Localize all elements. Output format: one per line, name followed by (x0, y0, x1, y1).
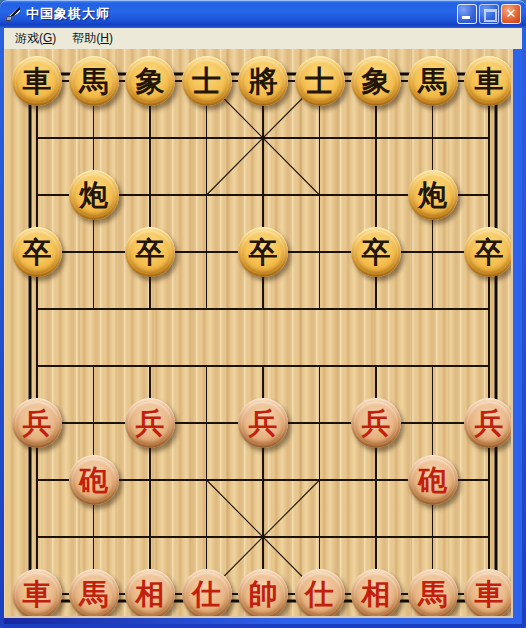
piece-glyph: 砲 (418, 466, 447, 495)
piece-glyph: 砲 (79, 466, 108, 495)
window-title: 中国象棋大师 (26, 5, 455, 23)
menu-item-game[interactable]: 游戏(G) (7, 28, 64, 50)
piece-black-advisor[interactable]: 士 (182, 56, 232, 106)
piece-red-soldier[interactable]: 兵 (125, 398, 175, 448)
piece-glyph: 車 (23, 580, 52, 609)
piece-glyph: 卒 (362, 238, 391, 267)
piece-glyph: 士 (192, 67, 221, 96)
piece-black-cannon[interactable]: 炮 (408, 170, 458, 220)
piece-black-soldier[interactable]: 卒 (464, 227, 513, 277)
piece-glyph: 帥 (249, 580, 278, 609)
piece-red-chariot[interactable]: 車 (464, 569, 513, 618)
piece-glyph: 仕 (192, 580, 221, 609)
piece-red-chariot[interactable]: 車 (12, 569, 62, 618)
piece-red-general[interactable]: 帥 (238, 569, 288, 618)
piece-glyph: 兵 (136, 409, 165, 438)
piece-glyph: 炮 (418, 181, 447, 210)
piece-red-soldier[interactable]: 兵 (12, 398, 62, 448)
piece-black-horse[interactable]: 馬 (69, 56, 119, 106)
piece-black-cannon[interactable]: 炮 (69, 170, 119, 220)
piece-red-horse[interactable]: 馬 (69, 569, 119, 618)
minimize-button[interactable] (457, 4, 477, 24)
piece-glyph: 馬 (79, 580, 108, 609)
piece-black-general[interactable]: 將 (238, 56, 288, 106)
piece-glyph: 車 (475, 580, 504, 609)
piece-glyph: 兵 (23, 409, 52, 438)
piece-red-cannon[interactable]: 砲 (69, 455, 119, 505)
client-area: 車馬象士將士象馬車炮炮卒卒卒卒卒兵兵兵兵兵砲砲車馬相仕帥仕相馬車 (4, 49, 522, 624)
piece-glyph: 仕 (305, 580, 334, 609)
piece-glyph: 卒 (23, 238, 52, 267)
app-window: 中国象棋大师 ✕ 游戏(G) 帮助(H) (0, 0, 526, 628)
piece-red-advisor[interactable]: 仕 (182, 569, 232, 618)
piece-black-chariot[interactable]: 車 (12, 56, 62, 106)
piece-glyph: 象 (136, 67, 165, 96)
xiangqi-board[interactable]: 車馬象士將士象馬車炮炮卒卒卒卒卒兵兵兵兵兵砲砲車馬相仕帥仕相馬車 (4, 49, 513, 618)
app-icon[interactable] (6, 6, 22, 22)
piece-glyph: 車 (475, 67, 504, 96)
piece-red-cannon[interactable]: 砲 (408, 455, 458, 505)
piece-red-horse[interactable]: 馬 (408, 569, 458, 618)
piece-glyph: 象 (362, 67, 391, 96)
piece-glyph: 卒 (475, 238, 504, 267)
close-icon: ✕ (502, 5, 520, 23)
piece-grid[interactable]: 車馬象士將士象馬車炮炮卒卒卒卒卒兵兵兵兵兵砲砲車馬相仕帥仕相馬車 (9, 53, 513, 619)
piece-red-soldier[interactable]: 兵 (464, 398, 513, 448)
piece-glyph: 兵 (475, 409, 504, 438)
titlebar[interactable]: 中国象棋大师 ✕ (0, 0, 526, 28)
piece-red-soldier[interactable]: 兵 (351, 398, 401, 448)
piece-black-elephant[interactable]: 象 (351, 56, 401, 106)
piece-glyph: 車 (23, 67, 52, 96)
piece-black-advisor[interactable]: 士 (295, 56, 345, 106)
piece-glyph: 馬 (79, 67, 108, 96)
piece-black-horse[interactable]: 馬 (408, 56, 458, 106)
close-button[interactable]: ✕ (501, 4, 521, 24)
piece-glyph: 馬 (418, 580, 447, 609)
piece-black-elephant[interactable]: 象 (125, 56, 175, 106)
piece-black-soldier[interactable]: 卒 (12, 227, 62, 277)
piece-red-advisor[interactable]: 仕 (295, 569, 345, 618)
piece-glyph: 兵 (362, 409, 391, 438)
piece-red-soldier[interactable]: 兵 (238, 398, 288, 448)
piece-glyph: 馬 (418, 67, 447, 96)
menu-item-help[interactable]: 帮助(H) (64, 28, 121, 50)
piece-glyph: 相 (136, 580, 165, 609)
piece-red-elephant[interactable]: 相 (351, 569, 401, 618)
app-icon-handle (5, 16, 13, 21)
piece-glyph: 相 (362, 580, 391, 609)
piece-glyph: 卒 (136, 238, 165, 267)
piece-glyph: 兵 (249, 409, 278, 438)
maximize-button[interactable] (479, 4, 499, 24)
piece-black-soldier[interactable]: 卒 (125, 227, 175, 277)
titlebar-buttons: ✕ (455, 4, 521, 24)
piece-glyph: 炮 (79, 181, 108, 210)
piece-glyph: 士 (305, 67, 334, 96)
piece-black-chariot[interactable]: 車 (464, 56, 513, 106)
piece-glyph: 卒 (249, 238, 278, 267)
menu-bar: 游戏(G) 帮助(H) (4, 28, 522, 49)
piece-glyph: 將 (249, 67, 278, 96)
piece-black-soldier[interactable]: 卒 (238, 227, 288, 277)
piece-red-elephant[interactable]: 相 (125, 569, 175, 618)
piece-black-soldier[interactable]: 卒 (351, 227, 401, 277)
